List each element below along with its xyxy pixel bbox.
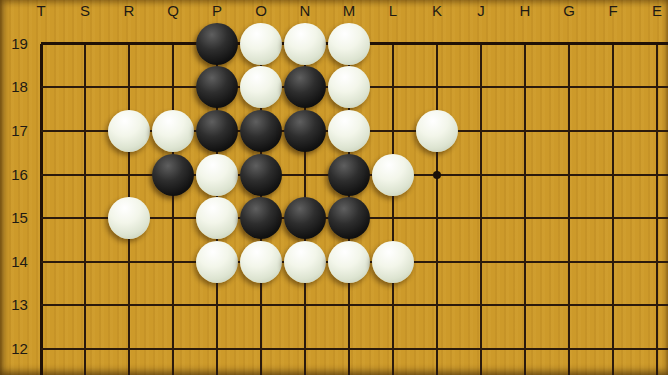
grid-line-extension — [107, 371, 151, 375]
grid-line — [107, 261, 151, 263]
intersection-e18[interactable] — [635, 66, 668, 110]
grid-line — [480, 371, 482, 375]
intersection-t16[interactable] — [19, 153, 63, 197]
intersection-f16[interactable] — [591, 153, 635, 197]
grid-line — [635, 86, 668, 88]
grid-line-extension — [63, 371, 107, 375]
grid-line — [459, 261, 503, 263]
intersection-k14[interactable] — [415, 240, 459, 284]
intersection-g14[interactable] — [547, 240, 591, 284]
column-label-p: P — [195, 2, 239, 19]
grid-line — [63, 174, 107, 176]
intersection-m17[interactable] — [327, 109, 371, 153]
intersection-g19[interactable] — [547, 22, 591, 66]
grid-line — [635, 217, 668, 219]
white-stone — [152, 110, 194, 152]
grid-line-extension — [195, 371, 239, 375]
intersection-k18[interactable] — [415, 66, 459, 110]
column-label-t: T — [19, 2, 63, 19]
intersection-f19[interactable] — [591, 22, 635, 66]
grid-line — [459, 217, 503, 219]
intersection-s12[interactable] — [63, 327, 107, 371]
grid-line — [63, 348, 107, 350]
grid-line — [635, 42, 668, 45]
intersection-q12[interactable] — [151, 327, 195, 371]
intersection-l13[interactable] — [371, 284, 415, 328]
grid-line — [635, 174, 668, 176]
grid-line — [591, 348, 635, 350]
grid-line — [503, 42, 547, 45]
grid-line — [172, 44, 174, 66]
intersection-t18[interactable] — [19, 66, 63, 110]
intersection-p12[interactable] — [195, 327, 239, 371]
intersection-n17[interactable] — [283, 109, 327, 153]
grid-line — [656, 44, 658, 66]
grid-line — [216, 371, 218, 375]
grid-line — [503, 174, 547, 176]
intersection-l17[interactable] — [371, 109, 415, 153]
black-stone — [196, 66, 238, 108]
grid-line — [195, 304, 239, 306]
grid-line — [591, 304, 635, 306]
intersection-l12[interactable] — [371, 327, 415, 371]
intersection-l15[interactable] — [371, 196, 415, 240]
intersection-o18[interactable] — [239, 66, 283, 110]
white-stone — [240, 66, 282, 108]
grid-line — [172, 371, 174, 375]
column-label-k: K — [415, 2, 459, 19]
column-label-r: R — [107, 2, 151, 19]
column-label-o: O — [239, 2, 283, 19]
grid-line — [63, 261, 107, 263]
white-stone — [416, 110, 458, 152]
intersection-n12[interactable] — [283, 327, 327, 371]
intersection-o12[interactable] — [239, 327, 283, 371]
grid-line — [480, 44, 482, 66]
grid-line — [591, 261, 635, 263]
intersection-r17[interactable] — [107, 109, 151, 153]
grid-line — [151, 217, 195, 219]
white-stone — [284, 241, 326, 283]
intersection-n15[interactable] — [283, 196, 327, 240]
grid-line-extension — [635, 371, 668, 375]
column-label-e: E — [635, 2, 668, 19]
intersection-e12[interactable] — [635, 327, 668, 371]
grid-line — [371, 217, 415, 219]
black-stone — [328, 154, 370, 196]
white-stone — [196, 154, 238, 196]
grid-line — [371, 42, 415, 45]
grid-line — [656, 371, 658, 375]
column-label-l: L — [371, 2, 415, 19]
intersection-q17[interactable] — [151, 109, 195, 153]
grid-line — [84, 44, 86, 66]
black-stone — [196, 23, 238, 65]
grid-line — [459, 348, 503, 350]
intersection-f17[interactable] — [591, 109, 635, 153]
intersection-g16[interactable] — [547, 153, 591, 197]
intersection-j14[interactable] — [459, 240, 503, 284]
column-label-f: F — [591, 2, 635, 19]
grid-line — [415, 42, 459, 45]
intersection-h17[interactable] — [503, 109, 547, 153]
intersection-m18[interactable] — [327, 66, 371, 110]
intersection-k16[interactable] — [415, 153, 459, 197]
grid-line — [128, 44, 130, 66]
grid-line — [547, 304, 591, 306]
intersection-n13[interactable] — [283, 284, 327, 328]
grid-line — [107, 174, 151, 176]
intersection-k13[interactable] — [415, 284, 459, 328]
grid-line — [392, 44, 394, 66]
grid-line — [635, 130, 668, 132]
go-board: TSRQPONMLKJHGFE 1918171615141312 — [0, 0, 668, 375]
grid-line — [415, 304, 459, 306]
intersection-h14[interactable] — [503, 240, 547, 284]
grid-line — [371, 130, 415, 132]
grid-line — [40, 371, 43, 375]
grid-line — [195, 348, 239, 350]
grid-line — [84, 371, 86, 375]
intersection-k12[interactable] — [415, 327, 459, 371]
grid-line — [415, 348, 459, 350]
intersection-o13[interactable] — [239, 284, 283, 328]
white-stone — [240, 23, 282, 65]
grid-line — [591, 42, 635, 45]
intersection-k15[interactable] — [415, 196, 459, 240]
column-label-n: N — [283, 2, 327, 19]
grid-line — [635, 304, 668, 306]
intersection-h18[interactable] — [503, 66, 547, 110]
grid-line — [63, 304, 107, 306]
intersection-r19[interactable] — [107, 22, 151, 66]
grid-line — [392, 371, 394, 375]
grid-line — [371, 86, 415, 88]
grid-line — [41, 42, 63, 45]
intersection-t12[interactable] — [19, 327, 63, 371]
intersection-j13[interactable] — [459, 284, 503, 328]
grid-line — [63, 86, 107, 88]
grid-line — [283, 348, 327, 350]
black-stone — [240, 197, 282, 239]
grid-line — [503, 348, 547, 350]
grid-line — [371, 304, 415, 306]
star-point — [433, 171, 441, 179]
grid-line — [591, 217, 635, 219]
intersection-n19[interactable] — [283, 22, 327, 66]
intersection-s18[interactable] — [63, 66, 107, 110]
intersection-g15[interactable] — [547, 196, 591, 240]
intersection-g12[interactable] — [547, 327, 591, 371]
intersection-j19[interactable] — [459, 22, 503, 66]
column-label-q: Q — [151, 2, 195, 19]
grid-line-extension — [415, 371, 459, 375]
column-label-h: H — [503, 2, 547, 19]
intersection-h19[interactable] — [503, 22, 547, 66]
intersection-r16[interactable] — [107, 153, 151, 197]
grid-line-extension — [591, 371, 635, 375]
intersection-e15[interactable] — [635, 196, 668, 240]
grid-line — [524, 371, 526, 375]
intersection-t19[interactable] — [19, 22, 63, 66]
black-stone — [328, 197, 370, 239]
grid-line — [283, 174, 327, 176]
intersection-e16[interactable] — [635, 153, 668, 197]
intersection-f14[interactable] — [591, 240, 635, 284]
intersection-o17[interactable] — [239, 109, 283, 153]
grid-line — [415, 217, 459, 219]
intersection-f12[interactable] — [591, 327, 635, 371]
grid-line — [239, 304, 283, 306]
grid-line — [503, 261, 547, 263]
grid-line — [348, 371, 350, 375]
grid-line — [107, 304, 151, 306]
intersection-s19[interactable] — [63, 22, 107, 66]
grid-line — [547, 130, 591, 132]
intersection-k19[interactable] — [415, 22, 459, 66]
black-stone — [152, 154, 194, 196]
white-stone — [108, 110, 150, 152]
intersection-l14[interactable] — [371, 240, 415, 284]
black-stone — [284, 197, 326, 239]
grid-line — [635, 261, 668, 263]
white-stone — [372, 241, 414, 283]
grid-line-extension — [151, 371, 195, 375]
intersection-h13[interactable] — [503, 284, 547, 328]
grid-line — [591, 174, 635, 176]
grid-line — [436, 44, 438, 66]
intersection-q15[interactable] — [151, 196, 195, 240]
intersection-m12[interactable] — [327, 327, 371, 371]
white-stone — [328, 23, 370, 65]
grid-line — [63, 130, 107, 132]
black-stone — [284, 66, 326, 108]
intersection-e14[interactable] — [635, 240, 668, 284]
grid-line — [547, 217, 591, 219]
intersection-e17[interactable] — [635, 109, 668, 153]
intersection-m14[interactable] — [327, 240, 371, 284]
grid-line — [63, 217, 107, 219]
intersection-r18[interactable] — [107, 66, 151, 110]
grid-line — [635, 348, 668, 350]
intersection-m13[interactable] — [327, 284, 371, 328]
intersection-o19[interactable] — [239, 22, 283, 66]
grid-line-extension — [371, 371, 415, 375]
grid-line — [260, 371, 262, 375]
grid-line — [503, 304, 547, 306]
black-stone — [284, 110, 326, 152]
grid-line — [283, 304, 327, 306]
intersection-m16[interactable] — [327, 153, 371, 197]
grid-line — [547, 86, 591, 88]
intersection-r15[interactable] — [107, 196, 151, 240]
intersection-p17[interactable] — [195, 109, 239, 153]
intersection-q14[interactable] — [151, 240, 195, 284]
intersection-g13[interactable] — [547, 284, 591, 328]
intersection-s15[interactable] — [63, 196, 107, 240]
grid-line — [371, 348, 415, 350]
grid-line — [415, 261, 459, 263]
grid-line — [239, 348, 283, 350]
grid-line — [151, 86, 195, 88]
grid-line — [40, 44, 43, 66]
intersection-f18[interactable] — [591, 66, 635, 110]
column-label-g: G — [547, 2, 591, 19]
intersection-t13[interactable] — [19, 284, 63, 328]
intersection-p18[interactable] — [195, 66, 239, 110]
grid-line — [107, 348, 151, 350]
grid-line — [547, 174, 591, 176]
grid-line — [503, 86, 547, 88]
grid-line-extension — [19, 371, 63, 375]
intersection-s14[interactable] — [63, 240, 107, 284]
intersection-l16[interactable] — [371, 153, 415, 197]
grid-line — [459, 42, 503, 45]
intersection-f15[interactable] — [591, 196, 635, 240]
intersection-m19[interactable] — [327, 22, 371, 66]
grid-line — [591, 86, 635, 88]
white-stone — [196, 197, 238, 239]
grid-line — [591, 130, 635, 132]
intersection-t17[interactable] — [19, 109, 63, 153]
grid-line — [151, 304, 195, 306]
grid-line — [41, 304, 63, 306]
intersection-p13[interactable] — [195, 284, 239, 328]
grid-line — [327, 348, 371, 350]
black-stone — [196, 110, 238, 152]
grid-line — [459, 304, 503, 306]
intersection-q18[interactable] — [151, 66, 195, 110]
grid-line — [459, 130, 503, 132]
grid-line — [547, 348, 591, 350]
intersection-s13[interactable] — [63, 284, 107, 328]
intersection-e19[interactable] — [635, 22, 668, 66]
grid-line — [612, 44, 614, 66]
intersection-r12[interactable] — [107, 327, 151, 371]
intersection-m15[interactable] — [327, 196, 371, 240]
grid-line — [568, 44, 570, 66]
grid-line — [436, 371, 438, 375]
white-stone — [240, 241, 282, 283]
grid-line — [41, 348, 63, 350]
column-label-s: S — [63, 2, 107, 19]
grid-line — [63, 42, 107, 45]
intersection-n18[interactable] — [283, 66, 327, 110]
intersection-j18[interactable] — [459, 66, 503, 110]
grid-line — [107, 42, 151, 45]
intersection-p16[interactable] — [195, 153, 239, 197]
intersection-p19[interactable] — [195, 22, 239, 66]
intersection-j15[interactable] — [459, 196, 503, 240]
intersection-e13[interactable] — [635, 284, 668, 328]
grid-line — [415, 86, 459, 88]
grid-line — [459, 174, 503, 176]
grid-line — [524, 44, 526, 66]
intersection-j17[interactable] — [459, 109, 503, 153]
white-stone — [196, 241, 238, 283]
grid-line — [151, 261, 195, 263]
black-stone — [240, 154, 282, 196]
grid-line — [568, 371, 570, 375]
grid-line — [151, 348, 195, 350]
intersection-t15[interactable] — [19, 196, 63, 240]
white-stone — [328, 110, 370, 152]
intersection-s17[interactable] — [63, 109, 107, 153]
grid-line-extension — [459, 371, 503, 375]
grid-line — [128, 371, 130, 375]
grid-line-extension — [283, 371, 327, 375]
intersection-j16[interactable] — [459, 153, 503, 197]
intersection-k17[interactable] — [415, 109, 459, 153]
intersection-n16[interactable] — [283, 153, 327, 197]
white-stone — [372, 154, 414, 196]
intersection-g18[interactable] — [547, 66, 591, 110]
grid-line — [41, 217, 63, 219]
intersection-h15[interactable] — [503, 196, 547, 240]
intersection-o16[interactable] — [239, 153, 283, 197]
white-stone — [328, 241, 370, 283]
intersection-o15[interactable] — [239, 196, 283, 240]
intersection-g17[interactable] — [547, 109, 591, 153]
intersection-q16[interactable] — [151, 153, 195, 197]
intersection-r14[interactable] — [107, 240, 151, 284]
intersection-q13[interactable] — [151, 284, 195, 328]
grid-line-extension — [327, 371, 371, 375]
grid-line — [41, 86, 63, 88]
intersection-r13[interactable] — [107, 284, 151, 328]
intersection-n14[interactable] — [283, 240, 327, 284]
intersection-p14[interactable] — [195, 240, 239, 284]
intersection-f13[interactable] — [591, 284, 635, 328]
intersection-h16[interactable] — [503, 153, 547, 197]
column-label-m: M — [327, 2, 371, 19]
white-stone — [108, 197, 150, 239]
intersection-h12[interactable] — [503, 327, 547, 371]
white-stone — [328, 66, 370, 108]
grid-line — [503, 130, 547, 132]
column-label-j: J — [459, 2, 503, 19]
grid-line-extension — [503, 371, 547, 375]
black-stone — [240, 110, 282, 152]
grid-line — [41, 130, 63, 132]
grid-line — [304, 371, 306, 375]
grid-line — [503, 217, 547, 219]
grid-line — [547, 42, 591, 45]
grid-line — [327, 304, 371, 306]
intersection-j12[interactable] — [459, 327, 503, 371]
go-board-grid — [19, 22, 668, 375]
intersection-t14[interactable] — [19, 240, 63, 284]
grid-line — [107, 86, 151, 88]
grid-line — [459, 86, 503, 88]
white-stone — [284, 23, 326, 65]
intersection-p15[interactable] — [195, 196, 239, 240]
intersection-l18[interactable] — [371, 66, 415, 110]
intersection-l19[interactable] — [371, 22, 415, 66]
grid-line — [41, 174, 63, 176]
grid-line-extension — [239, 371, 283, 375]
grid-line — [612, 371, 614, 375]
grid-line — [547, 261, 591, 263]
grid-line-extension — [547, 371, 591, 375]
intersection-s16[interactable] — [63, 153, 107, 197]
grid-line — [151, 42, 195, 45]
intersection-q19[interactable] — [151, 22, 195, 66]
grid-line — [41, 261, 63, 263]
intersection-o14[interactable] — [239, 240, 283, 284]
